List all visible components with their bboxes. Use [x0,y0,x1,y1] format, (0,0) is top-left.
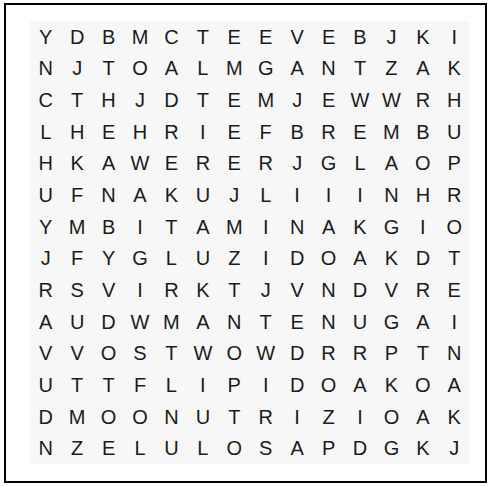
grid-cell-r1c11[interactable]: B [344,21,375,53]
grid-cell-r7c6[interactable]: A [187,211,218,243]
word-search-page: YDBMCTEEVEBJKINJTOALMGANTZAKCTHJDTEMJEWW… [0,0,491,486]
grid-cell-r12c5[interactable]: L [156,369,187,401]
grid-cell-r5c6[interactable]: R [187,148,218,180]
grid-cell-r14c13[interactable]: K [407,432,438,464]
grid-cell-r3c2[interactable]: T [61,84,92,116]
grid-cell-r4c9[interactable]: B [281,116,312,148]
grid-cell-r13c9[interactable]: I [281,401,312,433]
grid-cell-r3c7[interactable]: E [219,84,250,116]
grid-cell-r5c5[interactable]: E [156,148,187,180]
grid-cell-r2c3[interactable]: T [93,53,124,85]
grid-cell-r1c5[interactable]: C [156,21,187,53]
grid-cell-r1c14[interactable]: I [439,21,470,53]
grid-cell-r11c14[interactable]: N [439,337,470,369]
grid-cell-r2c2[interactable]: J [61,53,92,85]
grid-cell-r9c4[interactable]: I [124,274,155,306]
grid-cell-r13c3[interactable]: O [93,401,124,433]
grid-cell-r9c6[interactable]: K [187,274,218,306]
grid-cell-r7c7[interactable]: M [219,211,250,243]
grid-cell-r2c4[interactable]: O [124,53,155,85]
grid-cell-r10c6[interactable]: A [187,306,218,338]
grid-cell-r8c7[interactable]: Z [219,242,250,274]
grid-cell-r9c11[interactable]: D [344,274,375,306]
grid-cell-r6c6[interactable]: U [187,179,218,211]
grid-cell-r6c1[interactable]: U [30,179,61,211]
grid-cell-r7c1[interactable]: Y [30,211,61,243]
grid-cell-r7c12[interactable]: G [376,211,407,243]
grid-cell-r11c6[interactable]: W [187,337,218,369]
grid-cell-r6c12[interactable]: N [376,179,407,211]
grid-cell-r13c5[interactable]: N [156,401,187,433]
grid-cell-r1c13[interactable]: K [407,21,438,53]
grid-cell-r7c9[interactable]: N [281,211,312,243]
grid-cell-r2c5[interactable]: A [156,53,187,85]
grid-cell-r8c14[interactable]: T [439,242,470,274]
grid-cell-r11c12[interactable]: P [376,337,407,369]
grid-cell-r10c10[interactable]: N [313,306,344,338]
grid-cell-r3c5[interactable]: D [156,84,187,116]
grid-cell-r12c14[interactable]: A [439,369,470,401]
grid-cell-r2c6[interactable]: L [187,53,218,85]
grid-cell-r8c2[interactable]: F [61,242,92,274]
grid-cell-r12c13[interactable]: O [407,369,438,401]
grid-cell-r2c12[interactable]: Z [376,53,407,85]
grid-cell-r14c1[interactable]: N [30,432,61,464]
grid-cell-r1c4[interactable]: M [124,21,155,53]
grid-cell-r1c6[interactable]: T [187,21,218,53]
grid-cell-r4c13[interactable]: B [407,116,438,148]
grid-cell-r3c4[interactable]: J [124,84,155,116]
grid-cell-r4c10[interactable]: R [313,116,344,148]
grid-cell-r10c5[interactable]: M [156,306,187,338]
grid-cell-r5c14[interactable]: P [439,148,470,180]
grid-cell-r8c9[interactable]: D [281,242,312,274]
grid-cell-r9c8[interactable]: J [250,274,281,306]
grid-cell-r2c8[interactable]: G [250,53,281,85]
word-search-grid: YDBMCTEEVEBJKINJTOALMGANTZAKCTHJDTEMJEWW… [30,21,470,464]
grid-cell-r13c8[interactable]: R [250,401,281,433]
grid-cell-r2c14[interactable]: K [439,53,470,85]
grid-cell-r7c3[interactable]: B [93,211,124,243]
grid-cell-r13c1[interactable]: D [30,401,61,433]
grid-cell-r13c4[interactable]: O [124,401,155,433]
grid-cell-r13c11[interactable]: I [344,401,375,433]
grid-cell-r11c9[interactable]: D [281,337,312,369]
grid-cell-r6c9[interactable]: I [281,179,312,211]
grid-cell-r11c7[interactable]: O [219,337,250,369]
grid-cell-r4c11[interactable]: E [344,116,375,148]
grid-cell-r1c12[interactable]: J [376,21,407,53]
grid-cell-r1c3[interactable]: B [93,21,124,53]
grid-cell-r13c12[interactable]: O [376,401,407,433]
grid-cell-r14c12[interactable]: G [376,432,407,464]
grid-cell-r8c6[interactable]: U [187,242,218,274]
grid-cell-r6c10[interactable]: I [313,179,344,211]
grid-cell-r9c2[interactable]: S [61,274,92,306]
grid-cell-r5c10[interactable]: G [313,148,344,180]
grid-cell-r10c3[interactable]: D [93,306,124,338]
grid-cell-r14c2[interactable]: Z [61,432,92,464]
grid-cell-r9c14[interactable]: E [439,274,470,306]
grid-cell-r12c3[interactable]: T [93,369,124,401]
grid-cell-r11c5[interactable]: T [156,337,187,369]
grid-cell-r4c3[interactable]: E [93,116,124,148]
grid-cell-r11c8[interactable]: W [250,337,281,369]
grid-cell-r12c6[interactable]: I [187,369,218,401]
grid-cell-r14c6[interactable]: L [187,432,218,464]
grid-cell-r3c11[interactable]: W [344,84,375,116]
grid-cell-r10c12[interactable]: G [376,306,407,338]
grid-cell-r10c11[interactable]: U [344,306,375,338]
grid-cell-r9c5[interactable]: R [156,274,187,306]
grid-cell-r6c8[interactable]: L [250,179,281,211]
grid-cell-r1c1[interactable]: Y [30,21,61,53]
grid-cell-r8c13[interactable]: D [407,242,438,274]
grid-cell-r10c8[interactable]: T [250,306,281,338]
grid-cell-r4c6[interactable]: I [187,116,218,148]
grid-cell-r9c9[interactable]: V [281,274,312,306]
grid-cell-r10c1[interactable]: A [30,306,61,338]
grid-cell-r14c3[interactable]: E [93,432,124,464]
grid-cell-r5c12[interactable]: A [376,148,407,180]
grid-cell-r12c7[interactable]: P [219,369,250,401]
grid-cell-r7c4[interactable]: I [124,211,155,243]
grid-cell-r1c2[interactable]: D [61,21,92,53]
grid-cell-r6c5[interactable]: K [156,179,187,211]
grid-cell-r11c2[interactable]: V [61,337,92,369]
grid-cell-r3c13[interactable]: R [407,84,438,116]
grid-cell-r8c10[interactable]: O [313,242,344,274]
grid-cell-r14c11[interactable]: D [344,432,375,464]
grid-cell-r6c3[interactable]: N [93,179,124,211]
grid-cell-r11c3[interactable]: O [93,337,124,369]
grid-cell-r2c11[interactable]: T [344,53,375,85]
grid-cell-r9c13[interactable]: R [407,274,438,306]
grid-cell-r7c5[interactable]: T [156,211,187,243]
grid-cell-r7c14[interactable]: O [439,211,470,243]
grid-cell-r4c2[interactable]: H [61,116,92,148]
grid-cell-r13c13[interactable]: A [407,401,438,433]
grid-cell-r5c1[interactable]: H [30,148,61,180]
grid-cell-r1c8[interactable]: E [250,21,281,53]
grid-cell-r14c7[interactable]: O [219,432,250,464]
grid-cell-r2c9[interactable]: A [281,53,312,85]
grid-cell-r9c3[interactable]: V [93,274,124,306]
grid-cell-r9c1[interactable]: R [30,274,61,306]
grid-cell-r10c2[interactable]: U [61,306,92,338]
grid-cell-r4c5[interactable]: R [156,116,187,148]
grid-cell-r11c10[interactable]: R [313,337,344,369]
grid-cell-r9c10[interactable]: N [313,274,344,306]
grid-cell-r5c3[interactable]: A [93,148,124,180]
grid-cell-r14c9[interactable]: A [281,432,312,464]
grid-cell-r8c4[interactable]: G [124,242,155,274]
grid-cell-r11c1[interactable]: V [30,337,61,369]
grid-cell-r14c4[interactable]: L [124,432,155,464]
grid-cell-r13c14[interactable]: K [439,401,470,433]
grid-cell-r8c3[interactable]: Y [93,242,124,274]
grid-cell-r5c2[interactable]: K [61,148,92,180]
grid-cell-r12c8[interactable]: I [250,369,281,401]
grid-cell-r4c4[interactable]: H [124,116,155,148]
grid-cell-r4c7[interactable]: E [219,116,250,148]
outer-border-frame: YDBMCTEEVEBJKINJTOALMGANTZAKCTHJDTEMJEWW… [4,3,487,483]
grid-cell-r11c13[interactable]: T [407,337,438,369]
grid-cell-r7c13[interactable]: I [407,211,438,243]
grid-cell-r1c7[interactable]: E [219,21,250,53]
grid-cell-r5c4[interactable]: W [124,148,155,180]
grid-cell-r3c6[interactable]: T [187,84,218,116]
grid-cell-r3c9[interactable]: J [281,84,312,116]
grid-cell-r12c1[interactable]: U [30,369,61,401]
grid-cell-r6c7[interactable]: J [219,179,250,211]
grid-cell-r2c10[interactable]: N [313,53,344,85]
grid-cell-r3c12[interactable]: W [376,84,407,116]
grid-cell-r10c4[interactable]: W [124,306,155,338]
grid-cell-r12c10[interactable]: O [313,369,344,401]
grid-cell-r13c6[interactable]: U [187,401,218,433]
grid-cell-r5c13[interactable]: O [407,148,438,180]
grid-cell-r12c11[interactable]: A [344,369,375,401]
grid-cell-r4c1[interactable]: L [30,116,61,148]
grid-cell-r10c14[interactable]: I [439,306,470,338]
grid-cell-r8c11[interactable]: A [344,242,375,274]
grid-cell-r7c11[interactable]: K [344,211,375,243]
grid-cell-r12c9[interactable]: D [281,369,312,401]
grid-cell-r12c4[interactable]: F [124,369,155,401]
grid-cell-r14c8[interactable]: S [250,432,281,464]
grid-cell-r13c10[interactable]: Z [313,401,344,433]
grid-cell-r3c3[interactable]: H [93,84,124,116]
grid-cell-r10c13[interactable]: A [407,306,438,338]
grid-cell-r6c2[interactable]: F [61,179,92,211]
grid-cell-r4c12[interactable]: M [376,116,407,148]
grid-cell-r10c7[interactable]: N [219,306,250,338]
grid-cell-r8c12[interactable]: K [376,242,407,274]
grid-cell-r11c11[interactable]: R [344,337,375,369]
grid-cell-r12c2[interactable]: T [61,369,92,401]
grid-cell-r11c4[interactable]: S [124,337,155,369]
grid-cell-r7c10[interactable]: A [313,211,344,243]
grid-cell-r2c13[interactable]: A [407,53,438,85]
grid-cell-r10c9[interactable]: E [281,306,312,338]
grid-cell-r4c8[interactable]: F [250,116,281,148]
grid-cell-r2c1[interactable]: N [30,53,61,85]
grid-cell-r8c5[interactable]: L [156,242,187,274]
grid-cell-r3c8[interactable]: M [250,84,281,116]
grid-cell-r2c7[interactable]: M [219,53,250,85]
grid-cell-r14c14[interactable]: J [439,432,470,464]
grid-cell-r13c7[interactable]: T [219,401,250,433]
grid-cell-r3c10[interactable]: E [313,84,344,116]
grid-cell-r6c14[interactable]: R [439,179,470,211]
grid-cell-r5c11[interactable]: L [344,148,375,180]
grid-cell-r6c11[interactable]: I [344,179,375,211]
grid-cell-r1c10[interactable]: E [313,21,344,53]
grid-cell-r4c14[interactable]: U [439,116,470,148]
grid-cell-r7c2[interactable]: M [61,211,92,243]
grid-cell-r9c12[interactable]: V [376,274,407,306]
grid-cell-r5c9[interactable]: J [281,148,312,180]
grid-cell-r3c1[interactable]: C [30,84,61,116]
grid-cell-r5c8[interactable]: R [250,148,281,180]
grid-cell-r5c7[interactable]: E [219,148,250,180]
grid-cell-r14c5[interactable]: U [156,432,187,464]
grid-cell-r12c12[interactable]: K [376,369,407,401]
grid-cell-r8c8[interactable]: I [250,242,281,274]
grid-cell-r1c9[interactable]: V [281,21,312,53]
grid-cell-r6c4[interactable]: A [124,179,155,211]
grid-cell-r14c10[interactable]: P [313,432,344,464]
grid-cell-r7c8[interactable]: I [250,211,281,243]
grid-cell-r8c1[interactable]: J [30,242,61,274]
grid-cell-r9c7[interactable]: T [219,274,250,306]
grid-cell-r13c2[interactable]: M [61,401,92,433]
grid-cell-r3c14[interactable]: H [439,84,470,116]
grid-cell-r6c13[interactable]: H [407,179,438,211]
